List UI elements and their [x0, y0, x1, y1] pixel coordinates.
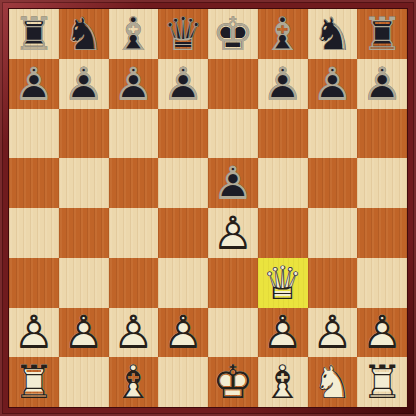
square-e8[interactable]: ♚♔: [208, 9, 258, 59]
piece-glyph-outline: ♙: [208, 158, 258, 208]
square-e6[interactable]: [208, 109, 258, 159]
square-d4[interactable]: [158, 208, 208, 258]
square-a2[interactable]: ♟♙: [9, 308, 59, 358]
square-a7[interactable]: ♟♙: [9, 59, 59, 109]
square-h4[interactable]: [357, 208, 407, 258]
square-b6[interactable]: [59, 109, 109, 159]
piece-glyph-outline: ♙: [59, 308, 109, 358]
piece-glyph-outline: ♙: [357, 59, 407, 109]
square-f2[interactable]: ♟♙: [258, 308, 308, 358]
square-e2[interactable]: [208, 308, 258, 358]
square-g8[interactable]: ♞♘: [308, 9, 358, 59]
square-e4[interactable]: ♟♙: [208, 208, 258, 258]
square-b4[interactable]: [59, 208, 109, 258]
square-g6[interactable]: [308, 109, 358, 159]
square-g3[interactable]: [308, 258, 358, 308]
piece-glyph-outline: ♙: [109, 59, 159, 109]
black-knight[interactable]: ♞♘: [308, 9, 358, 59]
white-pawn[interactable]: ♟♙: [158, 308, 208, 358]
square-g1[interactable]: ♞♘: [308, 357, 358, 407]
black-bishop[interactable]: ♝♗: [109, 9, 159, 59]
square-c4[interactable]: [109, 208, 159, 258]
black-pawn[interactable]: ♟♙: [308, 59, 358, 109]
white-pawn[interactable]: ♟♙: [308, 308, 358, 358]
chess-app: ♜♖♞♘♝♗♛♕♚♔♝♗♞♘♜♖♟♙♟♙♟♙♟♙♟♙♟♙♟♙♟♙♟♙♛♕♟♙♟♙…: [0, 0, 416, 416]
black-queen[interactable]: ♛♕: [158, 9, 208, 59]
piece-glyph-outline: ♖: [357, 9, 407, 59]
square-d6[interactable]: [158, 109, 208, 159]
black-bishop[interactable]: ♝♗: [258, 9, 308, 59]
square-f8[interactable]: ♝♗: [258, 9, 308, 59]
black-pawn[interactable]: ♟♙: [9, 59, 59, 109]
square-b7[interactable]: ♟♙: [59, 59, 109, 109]
square-a4[interactable]: [9, 208, 59, 258]
piece-glyph-outline: ♘: [59, 9, 109, 59]
square-f7[interactable]: ♟♙: [258, 59, 308, 109]
piece-glyph-outline: ♘: [308, 357, 358, 407]
white-pawn[interactable]: ♟♙: [9, 308, 59, 358]
square-c6[interactable]: [109, 109, 159, 159]
square-g7[interactable]: ♟♙: [308, 59, 358, 109]
white-pawn[interactable]: ♟♙: [258, 308, 308, 358]
square-f1[interactable]: ♝♗: [258, 357, 308, 407]
piece-glyph-outline: ♙: [258, 308, 308, 358]
white-king[interactable]: ♚♔: [208, 357, 258, 407]
square-b5[interactable]: [59, 158, 109, 208]
square-e7[interactable]: [208, 59, 258, 109]
square-a1[interactable]: ♜♖: [9, 357, 59, 407]
square-f4[interactable]: [258, 208, 308, 258]
white-bishop[interactable]: ♝♗: [109, 357, 159, 407]
piece-glyph-outline: ♔: [208, 357, 258, 407]
piece-glyph-outline: ♗: [109, 357, 159, 407]
square-d5[interactable]: [158, 158, 208, 208]
white-pawn[interactable]: ♟♙: [59, 308, 109, 358]
square-b3[interactable]: [59, 258, 109, 308]
black-pawn[interactable]: ♟♙: [208, 158, 258, 208]
square-c7[interactable]: ♟♙: [109, 59, 159, 109]
square-c8[interactable]: ♝♗: [109, 9, 159, 59]
square-h1[interactable]: ♜♖: [357, 357, 407, 407]
square-h5[interactable]: [357, 158, 407, 208]
square-g4[interactable]: [308, 208, 358, 258]
piece-glyph-outline: ♙: [158, 59, 208, 109]
square-d1[interactable]: [158, 357, 208, 407]
piece-glyph-outline: ♗: [258, 357, 308, 407]
piece-glyph-outline: ♙: [357, 308, 407, 358]
square-b2[interactable]: ♟♙: [59, 308, 109, 358]
white-knight[interactable]: ♞♘: [308, 357, 358, 407]
black-king[interactable]: ♚♔: [208, 9, 258, 59]
square-d3[interactable]: [158, 258, 208, 308]
piece-glyph-outline: ♙: [9, 308, 59, 358]
square-g2[interactable]: ♟♙: [308, 308, 358, 358]
square-a6[interactable]: [9, 109, 59, 159]
piece-glyph-outline: ♙: [109, 308, 159, 358]
square-b1[interactable]: [59, 357, 109, 407]
white-pawn[interactable]: ♟♙: [109, 308, 159, 358]
square-h6[interactable]: [357, 109, 407, 159]
piece-glyph-outline: ♙: [9, 59, 59, 109]
square-f6[interactable]: [258, 109, 308, 159]
square-f5[interactable]: [258, 158, 308, 208]
square-d8[interactable]: ♛♕: [158, 9, 208, 59]
square-c2[interactable]: ♟♙: [109, 308, 159, 358]
square-a8[interactable]: ♜♖: [9, 9, 59, 59]
black-knight[interactable]: ♞♘: [59, 9, 109, 59]
piece-glyph-outline: ♕: [158, 9, 208, 59]
black-pawn[interactable]: ♟♙: [59, 59, 109, 109]
white-bishop[interactable]: ♝♗: [258, 357, 308, 407]
square-g5[interactable]: [308, 158, 358, 208]
square-c1[interactable]: ♝♗: [109, 357, 159, 407]
white-pawn[interactable]: ♟♙: [208, 208, 258, 258]
square-h3[interactable]: [357, 258, 407, 308]
square-h2[interactable]: ♟♙: [357, 308, 407, 358]
piece-glyph-outline: ♗: [109, 9, 159, 59]
white-queen[interactable]: ♛♕: [258, 258, 308, 308]
piece-glyph-outline: ♔: [208, 9, 258, 59]
black-pawn[interactable]: ♟♙: [158, 59, 208, 109]
black-pawn[interactable]: ♟♙: [109, 59, 159, 109]
white-pawn[interactable]: ♟♙: [357, 308, 407, 358]
square-d7[interactable]: ♟♙: [158, 59, 208, 109]
piece-glyph-outline: ♙: [308, 308, 358, 358]
piece-glyph-outline: ♙: [308, 59, 358, 109]
square-c3[interactable]: [109, 258, 159, 308]
piece-glyph-outline: ♕: [258, 258, 308, 308]
square-c5[interactable]: [109, 158, 159, 208]
square-f3[interactable]: ♛♕: [258, 258, 308, 308]
square-b8[interactable]: ♞♘: [59, 9, 109, 59]
square-h7[interactable]: ♟♙: [357, 59, 407, 109]
piece-glyph-outline: ♙: [208, 208, 258, 258]
piece-glyph-outline: ♙: [158, 308, 208, 358]
black-pawn[interactable]: ♟♙: [357, 59, 407, 109]
piece-glyph-outline: ♗: [258, 9, 308, 59]
black-pawn[interactable]: ♟♙: [258, 59, 308, 109]
square-a3[interactable]: [9, 258, 59, 308]
black-rook[interactable]: ♜♖: [357, 9, 407, 59]
piece-glyph-outline: ♖: [9, 357, 59, 407]
square-d2[interactable]: ♟♙: [158, 308, 208, 358]
white-rook[interactable]: ♜♖: [357, 357, 407, 407]
piece-glyph-outline: ♙: [258, 59, 308, 109]
square-a5[interactable]: [9, 158, 59, 208]
square-e3[interactable]: [208, 258, 258, 308]
square-e1[interactable]: ♚♔: [208, 357, 258, 407]
white-rook[interactable]: ♜♖: [9, 357, 59, 407]
board: ♜♖♞♘♝♗♛♕♚♔♝♗♞♘♜♖♟♙♟♙♟♙♟♙♟♙♟♙♟♙♟♙♟♙♛♕♟♙♟♙…: [9, 9, 407, 407]
square-h8[interactable]: ♜♖: [357, 9, 407, 59]
piece-glyph-outline: ♖: [357, 357, 407, 407]
piece-glyph-outline: ♖: [9, 9, 59, 59]
board-frame: ♜♖♞♘♝♗♛♕♚♔♝♗♞♘♜♖♟♙♟♙♟♙♟♙♟♙♟♙♟♙♟♙♟♙♛♕♟♙♟♙…: [0, 0, 416, 416]
black-rook[interactable]: ♜♖: [9, 9, 59, 59]
piece-glyph-outline: ♘: [308, 9, 358, 59]
square-e5[interactable]: ♟♙: [208, 158, 258, 208]
piece-glyph-outline: ♙: [59, 59, 109, 109]
